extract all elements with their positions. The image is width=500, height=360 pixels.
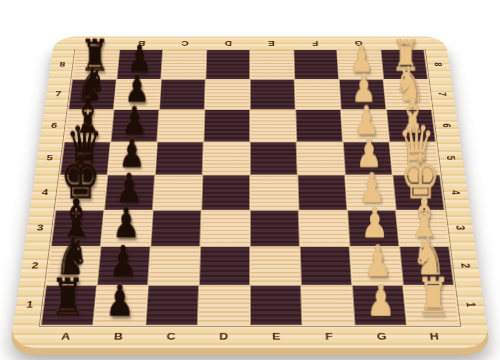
file-label-top-d: D bbox=[206, 36, 250, 49]
file-label-bottom-h: H bbox=[407, 325, 462, 348]
rank-label-right-6: 6 bbox=[432, 110, 461, 142]
file-label-bottom-g: G bbox=[355, 325, 409, 348]
file-label-bottom-a: A bbox=[38, 325, 93, 348]
file-label-top-e: E bbox=[250, 36, 294, 49]
rank-label-right-2: 2 bbox=[449, 247, 481, 285]
square-f3[interactable] bbox=[299, 210, 350, 247]
rank-label-right-5-label: 5 bbox=[444, 156, 457, 160]
file-label-top-d-label: D bbox=[225, 40, 232, 47]
piece-black-pawn-b1[interactable]: ♟ bbox=[105, 280, 134, 323]
rank-label-right-3-label: 3 bbox=[453, 226, 467, 231]
square-c1[interactable] bbox=[145, 285, 199, 325]
square-e8[interactable] bbox=[250, 50, 294, 79]
square-e1[interactable] bbox=[250, 285, 302, 325]
square-f1[interactable] bbox=[301, 285, 355, 325]
file-label-top-c: C bbox=[163, 36, 207, 49]
rank-label-right-4-label: 4 bbox=[448, 190, 461, 194]
file-label-top-f: F bbox=[293, 36, 337, 49]
square-h1[interactable]: ♜ bbox=[403, 285, 459, 325]
file-label-top-e-label: E bbox=[268, 40, 275, 47]
rank-label-right-1: 1 bbox=[454, 285, 487, 325]
square-e5[interactable] bbox=[250, 142, 298, 175]
file-label-bottom-g-label: G bbox=[376, 331, 387, 342]
rank-label-right-7-label: 7 bbox=[435, 92, 447, 96]
file-label-bottom-h-label: H bbox=[429, 331, 439, 342]
file-label-bottom-a-label: A bbox=[61, 331, 71, 342]
file-label-bottom-b: B bbox=[91, 325, 145, 348]
square-d4[interactable] bbox=[201, 175, 250, 210]
frame-corner-3 bbox=[459, 325, 490, 348]
rank-label-left-3-label: 3 bbox=[36, 223, 44, 232]
square-d3[interactable] bbox=[200, 210, 250, 247]
square-g1[interactable]: ♟ bbox=[352, 285, 407, 325]
rank-label-left-6-label: 6 bbox=[51, 121, 58, 129]
rank-label-left-4-label: 4 bbox=[41, 188, 48, 197]
rank-label-right-8-label: 8 bbox=[432, 62, 444, 66]
square-f8[interactable] bbox=[294, 50, 339, 79]
square-d2[interactable] bbox=[199, 247, 250, 285]
rank-label-left-7-label: 7 bbox=[55, 90, 62, 98]
square-f7[interactable] bbox=[294, 79, 340, 110]
chess-set-photo: AABBCCDDEEFFGGHH8877665544332211♜♟♟♜♞♟♟♞… bbox=[0, 0, 500, 360]
rank-label-right-6-label: 6 bbox=[440, 123, 453, 127]
square-d1[interactable] bbox=[198, 285, 250, 325]
frame-corner-2 bbox=[10, 325, 41, 348]
file-label-bottom-b-label: B bbox=[113, 331, 123, 342]
square-d5[interactable] bbox=[202, 142, 250, 175]
square-f5[interactable] bbox=[296, 142, 345, 175]
rank-label-right-8: 8 bbox=[424, 50, 451, 79]
square-d8[interactable] bbox=[206, 50, 250, 79]
file-label-bottom-e-label: E bbox=[272, 331, 280, 342]
rank-label-right-3: 3 bbox=[444, 210, 475, 247]
frame-corner-0 bbox=[53, 36, 78, 49]
square-e3[interactable] bbox=[250, 210, 300, 247]
square-d6[interactable] bbox=[204, 110, 250, 142]
square-f6[interactable] bbox=[295, 110, 342, 142]
square-c6[interactable] bbox=[157, 110, 204, 142]
file-label-top-f-label: F bbox=[312, 40, 319, 47]
square-b1[interactable]: ♟ bbox=[93, 285, 148, 325]
file-label-bottom-c-label: C bbox=[166, 331, 175, 342]
file-label-bottom-f: F bbox=[302, 325, 356, 348]
square-e2[interactable] bbox=[250, 247, 301, 285]
square-c3[interactable] bbox=[150, 210, 201, 247]
square-e6[interactable] bbox=[250, 110, 296, 142]
square-c7[interactable] bbox=[159, 79, 205, 110]
rank-label-right-1-label: 1 bbox=[463, 302, 477, 307]
file-label-bottom-e: E bbox=[250, 325, 303, 348]
rank-label-right-7: 7 bbox=[428, 79, 456, 110]
square-e4[interactable] bbox=[250, 175, 299, 210]
file-label-top-c-label: C bbox=[181, 40, 189, 47]
rank-label-right-2-label: 2 bbox=[458, 263, 472, 268]
square-c8[interactable] bbox=[161, 50, 206, 79]
square-a1[interactable]: ♜ bbox=[41, 285, 97, 325]
frame-corner-1 bbox=[422, 36, 447, 49]
file-label-bottom-c: C bbox=[144, 325, 198, 348]
piece-black-rook-a1[interactable]: ♜ bbox=[50, 272, 84, 323]
file-label-bottom-d: D bbox=[197, 325, 250, 348]
piece-white-rook-h1[interactable]: ♜ bbox=[416, 272, 450, 323]
file-label-bottom-d-label: D bbox=[219, 331, 228, 342]
rank-label-right-4: 4 bbox=[440, 175, 470, 210]
chess-board: AABBCCDDEEFFGGHH8877665544332211♜♟♟♜♞♟♟♞… bbox=[10, 36, 490, 348]
rank-label-left-1-label: 1 bbox=[26, 300, 34, 310]
rank-label-left-2-label: 2 bbox=[31, 261, 39, 271]
rank-label-left-2: 2 bbox=[19, 247, 51, 285]
square-f2[interactable] bbox=[300, 247, 352, 285]
square-c2[interactable] bbox=[148, 247, 200, 285]
square-d7[interactable] bbox=[205, 79, 250, 110]
square-c4[interactable] bbox=[153, 175, 203, 210]
square-e7[interactable] bbox=[250, 79, 295, 110]
rank-label-left-5-label: 5 bbox=[46, 154, 53, 162]
file-label-bottom-f-label: F bbox=[325, 331, 333, 342]
board-frame: AABBCCDDEEFFGGHH8877665544332211♜♟♟♜♞♟♟♞… bbox=[10, 36, 490, 348]
square-c5[interactable] bbox=[155, 142, 204, 175]
square-f4[interactable] bbox=[298, 175, 348, 210]
piece-white-pawn-g1[interactable]: ♟ bbox=[366, 280, 395, 323]
rank-label-left-8-label: 8 bbox=[59, 61, 66, 68]
